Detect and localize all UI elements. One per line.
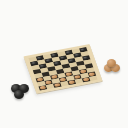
black-spare-piece[interactable] xyxy=(11,84,21,93)
black-spare-piece[interactable] xyxy=(19,84,29,93)
wood-spare-piece[interactable] xyxy=(107,59,116,67)
wood-spare-piece[interactable] xyxy=(111,64,120,72)
black-spare-piece[interactable] xyxy=(14,90,24,99)
product-photo-scene xyxy=(0,0,128,128)
wood-spare-piece[interactable] xyxy=(104,64,113,72)
square-h1[interactable] xyxy=(89,76,98,81)
checkers-board xyxy=(24,44,103,94)
